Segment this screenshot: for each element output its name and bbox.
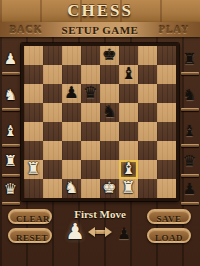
tray-shelf xyxy=(2,144,20,147)
white-rook-f1[interactable]: ♜ xyxy=(119,178,138,198)
square-b2[interactable] xyxy=(43,160,62,179)
square-b4[interactable] xyxy=(43,122,62,141)
tray-black-pawn[interactable]: ♟ xyxy=(179,176,200,208)
square-e4[interactable] xyxy=(100,122,119,141)
square-f3[interactable] xyxy=(119,141,138,160)
chess-setup-screen: CHESS BACK SETUP GAME PLAY ♟♞♝♜♛ ♚♝♟♛♞♜♝… xyxy=(0,0,200,266)
square-b1[interactable] xyxy=(43,179,62,198)
tray-shelf xyxy=(2,202,20,205)
white-piece-tray: ♟♞♝♜♛ xyxy=(0,43,21,203)
tray-shelf xyxy=(2,72,20,75)
save-button[interactable]: SAVE xyxy=(147,209,191,224)
square-c8[interactable] xyxy=(62,46,81,65)
square-g5[interactable] xyxy=(138,103,157,122)
white-king-e1[interactable]: ♚ xyxy=(100,178,119,198)
clear-button[interactable]: CLEAR xyxy=(8,209,52,224)
square-e2[interactable] xyxy=(100,160,119,179)
square-h7[interactable] xyxy=(157,65,176,84)
arrow-bar xyxy=(95,230,105,234)
square-d8[interactable] xyxy=(81,46,100,65)
white-queen-icon: ♛ xyxy=(0,176,21,202)
square-e5[interactable]: ♞ xyxy=(100,103,119,122)
square-d7[interactable] xyxy=(81,65,100,84)
black-rook-icon: ♜ xyxy=(179,46,200,72)
square-b7[interactable] xyxy=(43,65,62,84)
first-move-toggle-arrow-icon[interactable] xyxy=(88,226,112,238)
square-e3[interactable] xyxy=(100,141,119,160)
black-queen-d6[interactable]: ♛ xyxy=(81,83,100,103)
square-a3[interactable] xyxy=(24,141,43,160)
square-h2[interactable] xyxy=(157,160,176,179)
arrow-left-head xyxy=(88,227,95,237)
square-b6[interactable] xyxy=(43,84,62,103)
white-knight-c1[interactable]: ♞ xyxy=(62,178,81,198)
square-g2[interactable] xyxy=(138,160,157,179)
square-e1[interactable]: ♚ xyxy=(100,179,119,198)
back-button[interactable]: BACK xyxy=(0,24,52,35)
square-c2[interactable] xyxy=(62,160,81,179)
square-h1[interactable] xyxy=(157,179,176,198)
square-g6[interactable] xyxy=(138,84,157,103)
first-move-black-pawn[interactable]: ♟ xyxy=(113,222,135,246)
square-h5[interactable] xyxy=(157,103,176,122)
square-d2[interactable] xyxy=(81,160,100,179)
black-knight-icon: ♞ xyxy=(179,82,200,108)
black-knight-e5[interactable]: ♞ xyxy=(100,102,119,122)
tray-shelf xyxy=(181,202,199,205)
square-b3[interactable] xyxy=(43,141,62,160)
square-g1[interactable] xyxy=(138,179,157,198)
play-button[interactable]: PLAY xyxy=(148,24,200,35)
square-a6[interactable] xyxy=(24,84,43,103)
reset-button[interactable]: RESET xyxy=(8,228,52,243)
black-queen-icon: ♛ xyxy=(179,148,200,174)
square-b5[interactable] xyxy=(43,103,62,122)
square-a8[interactable] xyxy=(24,46,43,65)
tray-white-pawn[interactable]: ♟ xyxy=(0,46,21,78)
tray-white-bishop[interactable]: ♝ xyxy=(0,118,21,150)
square-c6[interactable]: ♟ xyxy=(62,84,81,103)
black-king-e8[interactable]: ♚ xyxy=(100,45,119,65)
white-rook-icon: ♜ xyxy=(0,148,21,174)
square-e7[interactable] xyxy=(100,65,119,84)
square-f4[interactable] xyxy=(119,122,138,141)
load-button[interactable]: LOAD xyxy=(147,228,191,243)
tray-black-knight[interactable]: ♞ xyxy=(179,82,200,114)
tray-shelf xyxy=(181,72,199,75)
square-c3[interactable] xyxy=(62,141,81,160)
tray-shelf xyxy=(2,108,20,111)
square-h8[interactable] xyxy=(157,46,176,65)
header: CHESS xyxy=(0,0,200,22)
white-bishop-f2[interactable]: ♝ xyxy=(119,159,138,179)
square-f6[interactable] xyxy=(119,84,138,103)
square-h6[interactable] xyxy=(157,84,176,103)
square-g3[interactable] xyxy=(138,141,157,160)
square-a2[interactable]: ♜ xyxy=(24,160,43,179)
square-a7[interactable] xyxy=(24,65,43,84)
black-bishop-f7[interactable]: ♝ xyxy=(119,64,138,84)
square-h3[interactable] xyxy=(157,141,176,160)
square-g4[interactable] xyxy=(138,122,157,141)
square-c7[interactable] xyxy=(62,65,81,84)
black-pawn-icon: ♟ xyxy=(179,176,200,202)
square-d3[interactable] xyxy=(81,141,100,160)
square-c4[interactable] xyxy=(62,122,81,141)
black-piece-tray: ♜♞♝♛♟ xyxy=(179,43,200,203)
square-f5[interactable] xyxy=(119,103,138,122)
tray-black-rook[interactable]: ♜ xyxy=(179,46,200,78)
square-f1[interactable]: ♜ xyxy=(119,179,138,198)
white-bishop-icon: ♝ xyxy=(0,118,21,144)
square-f8[interactable] xyxy=(119,46,138,65)
square-g7[interactable] xyxy=(138,65,157,84)
square-a4[interactable] xyxy=(24,122,43,141)
square-b8[interactable] xyxy=(43,46,62,65)
board-frame: ♚♝♟♛♞♜♝♞♚♜ xyxy=(21,43,179,201)
white-pawn-icon: ♟ xyxy=(0,46,21,72)
square-d4[interactable] xyxy=(81,122,100,141)
arrow-right-head xyxy=(105,227,112,237)
white-rook-a2[interactable]: ♜ xyxy=(24,159,43,179)
square-e6[interactable] xyxy=(100,84,119,103)
white-knight-icon: ♞ xyxy=(0,82,21,108)
first-move-white-pawn[interactable]: ♟ xyxy=(62,218,88,246)
square-f7[interactable]: ♝ xyxy=(119,65,138,84)
square-a5[interactable] xyxy=(24,103,43,122)
tray-white-queen[interactable]: ♛ xyxy=(0,176,21,208)
tray-shelf xyxy=(181,144,199,147)
square-a1[interactable] xyxy=(24,179,43,198)
nav-bar: BACK SETUP GAME PLAY xyxy=(0,22,200,37)
tray-shelf xyxy=(181,108,199,111)
app-title: CHESS xyxy=(67,1,133,21)
square-f2[interactable]: ♝ xyxy=(119,160,138,179)
black-pawn-c6[interactable]: ♟ xyxy=(62,83,81,103)
square-d5[interactable] xyxy=(81,103,100,122)
square-c1[interactable]: ♞ xyxy=(62,179,81,198)
tray-black-bishop[interactable]: ♝ xyxy=(179,118,200,150)
square-d1[interactable] xyxy=(81,179,100,198)
square-g8[interactable] xyxy=(138,46,157,65)
chess-board: ♚♝♟♛♞♜♝♞♚♜ xyxy=(24,46,176,198)
square-e8[interactable]: ♚ xyxy=(100,46,119,65)
square-h4[interactable] xyxy=(157,122,176,141)
screen-title: SETUP GAME xyxy=(52,24,148,36)
black-bishop-icon: ♝ xyxy=(179,118,200,144)
square-c5[interactable] xyxy=(62,103,81,122)
square-d6[interactable]: ♛ xyxy=(81,84,100,103)
tray-white-knight[interactable]: ♞ xyxy=(0,82,21,114)
